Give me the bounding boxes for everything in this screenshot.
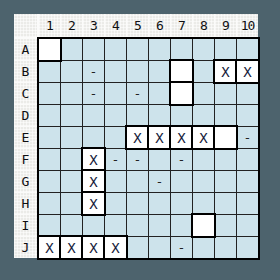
- cell-E7[interactable]: X: [171, 127, 192, 148]
- cell-I1[interactable]: [39, 215, 60, 236]
- game-board: 12345678910 ABCDEFGHIJ -XX--XXXX-X---X-X…: [14, 14, 260, 260]
- col-header-8: 8: [193, 14, 214, 37]
- cell-D3[interactable]: [83, 105, 104, 126]
- cell-I6[interactable]: [149, 215, 170, 236]
- cell-G1[interactable]: [39, 171, 60, 192]
- col-header-10: 10: [237, 14, 258, 37]
- cell-D6[interactable]: [149, 105, 170, 126]
- col-header-2: 2: [61, 14, 82, 37]
- cell-A2[interactable]: [61, 39, 82, 60]
- cell-J10[interactable]: [237, 237, 258, 258]
- cell-A7[interactable]: [171, 39, 192, 60]
- cell-E9[interactable]: [215, 127, 236, 148]
- cell-H9[interactable]: [215, 193, 236, 214]
- cell-I2[interactable]: [61, 215, 82, 236]
- cell-B5[interactable]: [127, 61, 148, 82]
- col-header-4: 4: [105, 14, 126, 37]
- cell-H4[interactable]: [105, 193, 126, 214]
- row-header-C: C: [14, 83, 37, 104]
- cell-F10[interactable]: [237, 149, 258, 170]
- cell-C3[interactable]: -: [83, 83, 104, 104]
- cell-E1[interactable]: [39, 127, 60, 148]
- cell-G8[interactable]: [193, 171, 214, 192]
- cell-B10[interactable]: X: [237, 61, 258, 82]
- row-header-H: H: [14, 193, 37, 214]
- cell-H10[interactable]: [237, 193, 258, 214]
- cell-C7[interactable]: [171, 83, 192, 104]
- cell-F2[interactable]: [61, 149, 82, 170]
- cell-I3[interactable]: [83, 215, 104, 236]
- cell-A10[interactable]: [237, 39, 258, 60]
- cell-G6[interactable]: -: [149, 171, 170, 192]
- cell-F9[interactable]: [215, 149, 236, 170]
- cell-D4[interactable]: [105, 105, 126, 126]
- cell-C2[interactable]: [61, 83, 82, 104]
- cell-E4[interactable]: [105, 127, 126, 148]
- cell-B6[interactable]: [149, 61, 170, 82]
- cell-F3[interactable]: X: [83, 149, 104, 170]
- row-header-G: G: [14, 171, 37, 192]
- cell-G3[interactable]: X: [83, 171, 104, 192]
- cell-H8[interactable]: [193, 193, 214, 214]
- cell-J9[interactable]: [215, 237, 236, 258]
- cell-D1[interactable]: [39, 105, 60, 126]
- cell-D10[interactable]: [237, 105, 258, 126]
- cell-J1[interactable]: X: [39, 237, 60, 258]
- cell-I10[interactable]: [237, 215, 258, 236]
- cell-I8[interactable]: [193, 215, 214, 236]
- cell-C6[interactable]: [149, 83, 170, 104]
- puzzle-screen: 12345678910 ABCDEFGHIJ -XX--XXXX-X---X-X…: [0, 0, 280, 280]
- cell-E6[interactable]: X: [149, 127, 170, 148]
- cell-F5[interactable]: -: [127, 149, 148, 170]
- cell-B7[interactable]: [171, 61, 192, 82]
- cell-F7[interactable]: -: [171, 149, 192, 170]
- cell-B3[interactable]: -: [83, 61, 104, 82]
- cell-C8[interactable]: [193, 83, 214, 104]
- cell-H3[interactable]: X: [83, 193, 104, 214]
- cell-E10[interactable]: -: [237, 127, 258, 148]
- cell-G7[interactable]: [171, 171, 192, 192]
- col-header-9: 9: [215, 14, 236, 37]
- cell-H7[interactable]: [171, 193, 192, 214]
- cell-J8[interactable]: [193, 237, 214, 258]
- cell-E8[interactable]: X: [193, 127, 214, 148]
- cell-A1[interactable]: [39, 39, 60, 60]
- cell-J4[interactable]: X: [105, 237, 126, 258]
- cell-F4[interactable]: -: [105, 149, 126, 170]
- cell-H6[interactable]: [149, 193, 170, 214]
- cell-D2[interactable]: [61, 105, 82, 126]
- cell-B9[interactable]: X: [215, 61, 236, 82]
- row-header-E: E: [14, 127, 37, 148]
- cell-I5[interactable]: [127, 215, 148, 236]
- cell-A8[interactable]: [193, 39, 214, 60]
- cell-A5[interactable]: [127, 39, 148, 60]
- cell-F8[interactable]: [193, 149, 214, 170]
- row-header-F: F: [14, 149, 37, 170]
- cell-H1[interactable]: [39, 193, 60, 214]
- col-header-5: 5: [127, 14, 148, 37]
- col-header-7: 7: [171, 14, 192, 37]
- cell-D7[interactable]: [171, 105, 192, 126]
- col-header-3: 3: [83, 14, 104, 37]
- cell-I9[interactable]: [215, 215, 236, 236]
- row-header-B: B: [14, 61, 37, 82]
- cell-H2[interactable]: [61, 193, 82, 214]
- cell-E3[interactable]: [83, 127, 104, 148]
- cell-G9[interactable]: [215, 171, 236, 192]
- cell-J6[interactable]: [149, 237, 170, 258]
- cell-G5[interactable]: [127, 171, 148, 192]
- cell-D5[interactable]: [127, 105, 148, 126]
- cell-F1[interactable]: [39, 149, 60, 170]
- cell-A3[interactable]: [83, 39, 104, 60]
- row-header-I: I: [14, 215, 37, 236]
- cell-C10[interactable]: [237, 83, 258, 104]
- cell-I7[interactable]: [171, 215, 192, 236]
- cell-E2[interactable]: [61, 127, 82, 148]
- play-area: -XX--XXXX-X---X-XXXXX-: [37, 37, 260, 260]
- cell-C9[interactable]: [215, 83, 236, 104]
- cell-A6[interactable]: [149, 39, 170, 60]
- cell-J7[interactable]: -: [171, 237, 192, 258]
- cell-C1[interactable]: [39, 83, 60, 104]
- cell-D8[interactable]: [193, 105, 214, 126]
- cell-A9[interactable]: [215, 39, 236, 60]
- cell-G2[interactable]: [61, 171, 82, 192]
- cell-D9[interactable]: [215, 105, 236, 126]
- cell-B2[interactable]: [61, 61, 82, 82]
- cell-G4[interactable]: [105, 171, 126, 192]
- cell-G10[interactable]: [237, 171, 258, 192]
- cell-J5[interactable]: [127, 237, 148, 258]
- cell-F6[interactable]: [149, 149, 170, 170]
- cell-C4[interactable]: [105, 83, 126, 104]
- cell-B1[interactable]: [39, 61, 60, 82]
- cell-I4[interactable]: [105, 215, 126, 236]
- cell-B8[interactable]: [193, 61, 214, 82]
- cell-A4[interactable]: [105, 39, 126, 60]
- cell-J2[interactable]: X: [61, 237, 82, 258]
- play-grid: -XX--XXXX-X---X-XXXXX-: [39, 39, 258, 258]
- row-headers: ABCDEFGHIJ: [14, 39, 37, 258]
- col-header-6: 6: [149, 14, 170, 37]
- cell-H5[interactable]: [127, 193, 148, 214]
- row-header-J: J: [14, 237, 37, 258]
- cell-B4[interactable]: [105, 61, 126, 82]
- row-header-A: A: [14, 39, 37, 60]
- cell-C5[interactable]: -: [127, 83, 148, 104]
- column-headers: 12345678910: [39, 14, 258, 37]
- row-header-D: D: [14, 105, 37, 126]
- cell-E5[interactable]: X: [127, 127, 148, 148]
- cell-J3[interactable]: X: [83, 237, 104, 258]
- col-header-1: 1: [39, 14, 60, 37]
- corner-cell: [14, 14, 37, 37]
